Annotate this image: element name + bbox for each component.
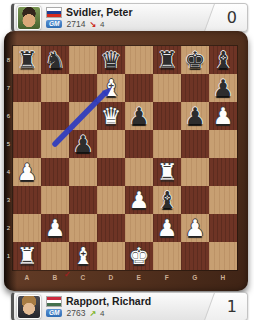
bottom-rating-change: 4 bbox=[100, 309, 104, 318]
file-label-d: D bbox=[97, 272, 125, 284]
rank-label-5: 5 bbox=[4, 130, 13, 158]
broadcast-widget: Svidler, Peter GM 2714 ↘ 4 0 ♜♞♛♜♚♝♝♟♛♟♟… bbox=[0, 0, 254, 320]
square-g7[interactable] bbox=[181, 74, 209, 102]
square-g3[interactable] bbox=[181, 186, 209, 214]
square-c3[interactable] bbox=[69, 186, 97, 214]
black-knight-b8[interactable]: ♞ bbox=[41, 46, 69, 74]
white-rook-a1[interactable]: ♜ bbox=[13, 242, 41, 270]
square-c7[interactable] bbox=[69, 74, 97, 102]
square-a5[interactable] bbox=[13, 130, 41, 158]
square-g1[interactable] bbox=[181, 242, 209, 270]
square-c8[interactable] bbox=[69, 46, 97, 74]
square-a2[interactable] bbox=[13, 214, 41, 242]
square-b3[interactable] bbox=[41, 186, 69, 214]
bottom-player-avatar bbox=[17, 295, 41, 319]
square-a6[interactable] bbox=[13, 102, 41, 130]
square-e2[interactable] bbox=[125, 214, 153, 242]
black-pawn-c5[interactable]: ♟ bbox=[69, 130, 97, 158]
square-d5[interactable] bbox=[97, 130, 125, 158]
top-player-name: Svidler, Peter bbox=[66, 6, 133, 18]
square-h2[interactable] bbox=[209, 214, 237, 242]
square-f6[interactable] bbox=[153, 102, 181, 130]
chess-board: ♜♞♛♜♚♝♝♟♛♟♟♟♟♟♜♟♝♟♟♟♜♝♚ ✓ 87654321ABCDEF… bbox=[4, 31, 248, 291]
rank-label-7: 7 bbox=[4, 74, 13, 102]
rank-label-3: 3 bbox=[4, 186, 13, 214]
file-label-a: A bbox=[13, 272, 41, 284]
white-pawn-e3[interactable]: ♟ bbox=[125, 186, 153, 214]
black-pawn-h7[interactable]: ♟ bbox=[209, 74, 237, 102]
square-f7[interactable] bbox=[153, 74, 181, 102]
rank-label-8: 8 bbox=[4, 46, 13, 74]
russia-flag-icon bbox=[46, 7, 62, 18]
top-player-avatar bbox=[17, 6, 41, 30]
hungary-flag-icon bbox=[46, 296, 62, 307]
rank-label-1: 1 bbox=[4, 242, 13, 270]
square-b4[interactable] bbox=[41, 158, 69, 186]
white-king-e1[interactable]: ♚ bbox=[125, 242, 153, 270]
black-queen-d8[interactable]: ♛ bbox=[97, 46, 125, 74]
score-separator bbox=[203, 293, 247, 320]
white-queen-d6[interactable]: ♛ bbox=[97, 102, 125, 130]
white-bishop-c1[interactable]: ♝ bbox=[69, 242, 97, 270]
square-a7[interactable] bbox=[13, 74, 41, 102]
white-bishop-d7[interactable]: ♝ bbox=[97, 74, 125, 102]
square-e7[interactable] bbox=[125, 74, 153, 102]
black-rook-f8[interactable]: ♜ bbox=[153, 46, 181, 74]
square-e5[interactable] bbox=[125, 130, 153, 158]
top-player-rating: 2714 bbox=[66, 19, 85, 29]
black-bishop-h8[interactable]: ♝ bbox=[209, 46, 237, 74]
top-player-card: Svidler, Peter GM 2714 ↘ 4 0 bbox=[11, 3, 248, 32]
file-label-f: F bbox=[153, 272, 181, 284]
square-d2[interactable] bbox=[97, 214, 125, 242]
top-player-score: 0 bbox=[227, 4, 237, 31]
square-e8[interactable] bbox=[125, 46, 153, 74]
square-d1[interactable] bbox=[97, 242, 125, 270]
trend-down-icon: ↘ bbox=[89, 20, 96, 29]
square-h1[interactable] bbox=[209, 242, 237, 270]
black-bishop-f3[interactable]: ♝ bbox=[153, 186, 181, 214]
trend-up-icon: ↗ bbox=[89, 309, 96, 318]
square-g4[interactable] bbox=[181, 158, 209, 186]
rank-label-2: 2 bbox=[4, 214, 13, 242]
black-pawn-g6[interactable]: ♟ bbox=[181, 102, 209, 130]
bottom-player-score: 1 bbox=[227, 293, 237, 320]
square-a3[interactable] bbox=[13, 186, 41, 214]
bottom-player-name: Rapport, Richard bbox=[66, 295, 151, 307]
file-label-e: E bbox=[125, 272, 153, 284]
top-rating-change: 4 bbox=[100, 20, 104, 29]
square-b1[interactable] bbox=[41, 242, 69, 270]
square-c4[interactable] bbox=[69, 158, 97, 186]
white-pawn-f2[interactable]: ♟ bbox=[153, 214, 181, 242]
top-title-badge: GM bbox=[46, 20, 62, 29]
board-squares: ♜♞♛♜♚♝♝♟♛♟♟♟♟♟♜♟♝♟♟♟♜♝♚ bbox=[13, 46, 237, 270]
rank-label-6: 6 bbox=[4, 102, 13, 130]
black-pawn-e6[interactable]: ♟ bbox=[125, 102, 153, 130]
black-king-g8[interactable]: ♚ bbox=[181, 46, 209, 74]
square-e4[interactable] bbox=[125, 158, 153, 186]
square-h4[interactable] bbox=[209, 158, 237, 186]
white-pawn-h6[interactable]: ♟ bbox=[209, 102, 237, 130]
square-h3[interactable] bbox=[209, 186, 237, 214]
bottom-player-card: Rapport, Richard GM 2763 ↗ 4 1 bbox=[11, 292, 248, 320]
square-d3[interactable] bbox=[97, 186, 125, 214]
white-pawn-b2[interactable]: ♟ bbox=[41, 214, 69, 242]
square-h5[interactable] bbox=[209, 130, 237, 158]
square-b7[interactable] bbox=[41, 74, 69, 102]
file-label-c: C bbox=[69, 272, 97, 284]
bottom-title-badge: GM bbox=[46, 309, 62, 318]
file-label-b: B bbox=[41, 272, 69, 284]
square-d4[interactable] bbox=[97, 158, 125, 186]
white-pawn-g2[interactable]: ♟ bbox=[181, 214, 209, 242]
score-separator bbox=[203, 4, 247, 31]
black-rook-a8[interactable]: ♜ bbox=[13, 46, 41, 74]
square-c2[interactable] bbox=[69, 214, 97, 242]
square-g5[interactable] bbox=[181, 130, 209, 158]
square-f1[interactable] bbox=[153, 242, 181, 270]
square-b6[interactable] bbox=[41, 102, 69, 130]
bottom-player-rating: 2763 bbox=[66, 308, 85, 318]
white-pawn-a4[interactable]: ♟ bbox=[13, 158, 41, 186]
file-label-h: H bbox=[209, 272, 237, 284]
white-rook-f4[interactable]: ♜ bbox=[153, 158, 181, 186]
rank-label-4: 4 bbox=[4, 158, 13, 186]
file-label-g: G bbox=[181, 272, 209, 284]
square-b5[interactable] bbox=[41, 130, 69, 158]
square-f5[interactable] bbox=[153, 130, 181, 158]
square-c6[interactable] bbox=[69, 102, 97, 130]
